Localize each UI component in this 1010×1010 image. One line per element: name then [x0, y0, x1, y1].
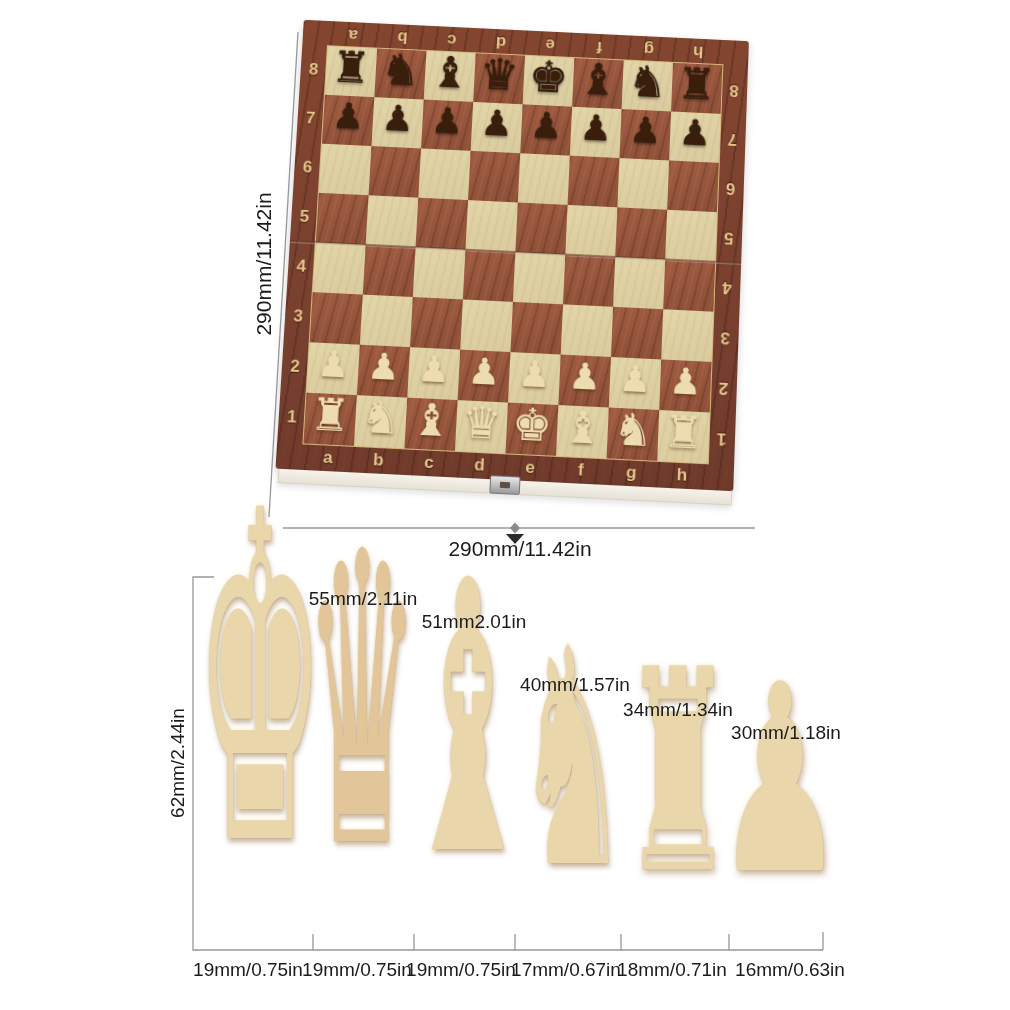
- rank-label-left-2: 2: [289, 341, 302, 392]
- pawn-height-label: 30mm/1.18in: [731, 722, 841, 744]
- square-f6: [568, 156, 620, 208]
- square-b1: ♞: [354, 395, 407, 448]
- rank-label-right-5: 5: [723, 213, 734, 263]
- piece-black-pawn-c7: ♟: [430, 103, 464, 140]
- chess-set-product-image: abcdefgh abcdefgh 87654321 87654321 ♜♞♝♛…: [0, 0, 1010, 1010]
- square-e8: ♚: [523, 56, 575, 107]
- square-d3: [460, 299, 513, 352]
- piece-black-rook-a8: ♜: [331, 45, 372, 90]
- square-d1: ♛: [455, 400, 508, 453]
- piece-white-knight-g1: ♞: [612, 407, 654, 454]
- square-c7: ♟: [421, 100, 473, 151]
- file-label-bottom-h: h: [656, 464, 707, 487]
- piece-black-pawn-f7: ♟: [579, 110, 613, 147]
- square-h8: ♜: [671, 63, 722, 114]
- file-label-bottom-f: f: [555, 459, 607, 482]
- square-f5: [565, 205, 617, 257]
- piece-black-pawn-e7: ♟: [530, 108, 564, 145]
- queen-height-label: 55mm/2.11in: [309, 588, 417, 610]
- piece-white-pawn-a2: ♟: [316, 346, 351, 384]
- queen-base-label: 19mm/0.75in: [302, 959, 412, 981]
- square-e6: [518, 153, 570, 205]
- square-c6: [418, 148, 470, 200]
- rank-label-right-8: 8: [729, 66, 740, 115]
- file-label-bottom-d: d: [454, 454, 506, 477]
- rook-height-label: 34mm/1.34in: [623, 699, 733, 721]
- square-a7: ♟: [322, 95, 374, 146]
- rank-label-left-4: 4: [295, 241, 308, 291]
- square-g8: ♞: [622, 60, 673, 111]
- piece-white-pawn-f2: ♟: [568, 358, 602, 396]
- piece-white-queen-d1: ♛: [461, 399, 503, 446]
- bishop-height-label: 51mm2.01in: [422, 611, 527, 633]
- square-g5: [615, 207, 667, 259]
- knight-base-label: 17mm/0.67in: [511, 959, 621, 981]
- piece-black-pawn-d7: ♟: [480, 105, 514, 142]
- square-c4: [413, 247, 466, 299]
- square-h4: [663, 259, 715, 311]
- square-h6: [667, 160, 719, 212]
- square-f1: ♝: [556, 405, 609, 458]
- square-e7: ♟: [520, 104, 572, 155]
- piece-white-bishop-f1: ♝: [562, 404, 604, 451]
- square-f7: ♟: [570, 107, 622, 158]
- square-g7: ♟: [619, 109, 671, 160]
- rank-label-right-2: 2: [718, 362, 729, 413]
- square-e4: [513, 252, 565, 304]
- square-g4: [613, 257, 665, 309]
- piece-white-pawn-e2: ♟: [517, 356, 551, 394]
- square-g1: ♞: [607, 408, 660, 461]
- square-b4: [363, 245, 416, 297]
- rank-label-right-6: 6: [725, 163, 736, 213]
- piece-white-king-e1: ♚: [511, 402, 553, 449]
- board-width-label: 290mm/11.42in: [448, 537, 591, 561]
- square-h7: ♟: [669, 111, 720, 162]
- square-e5: [515, 202, 567, 254]
- piece-black-pawn-b7: ♟: [381, 100, 415, 137]
- rank-label-left-5: 5: [298, 192, 311, 242]
- square-a3: [310, 292, 363, 345]
- board-height-label: 290mm/11.42in: [252, 192, 276, 335]
- square-c5: [416, 198, 468, 250]
- figure-knight: ♞: [515, 609, 628, 910]
- rank-label-right-7: 7: [727, 114, 738, 163]
- piece-black-king-e8: ♚: [528, 55, 569, 100]
- square-a8: ♜: [325, 46, 377, 97]
- square-f4: [563, 254, 615, 306]
- piece-black-pawn-h7: ♟: [678, 115, 711, 152]
- square-d5: [465, 200, 517, 252]
- square-d8: ♛: [473, 53, 525, 104]
- square-g3: [611, 307, 663, 360]
- piece-white-pawn-d2: ♟: [467, 353, 501, 391]
- square-f8: ♝: [572, 58, 624, 109]
- piece-black-pawn-a7: ♟: [331, 98, 365, 135]
- board-grid: ♜♞♝♛♚♝♞♜♟♟♟♟♟♟♟♟♟♟♟♟♟♟♟♟♜♞♝♛♚♝♞♜: [303, 46, 722, 463]
- square-c1: ♝: [404, 398, 457, 451]
- square-b5: [366, 195, 419, 247]
- square-c3: [410, 297, 463, 350]
- square-h1: ♜: [657, 410, 709, 463]
- rank-label-right-3: 3: [720, 312, 731, 363]
- square-b7: ♟: [371, 97, 423, 148]
- rank-label-left-6: 6: [301, 143, 313, 193]
- piece-black-bishop-c8: ♝: [429, 50, 470, 95]
- rank-label-left-8: 8: [307, 45, 319, 94]
- square-a5: [316, 193, 369, 245]
- piece-white-pawn-g2: ♟: [618, 360, 652, 398]
- rank-label-left-3: 3: [292, 291, 305, 342]
- rank-label-right-4: 4: [722, 262, 733, 312]
- square-a4: [313, 242, 366, 294]
- square-c8: ♝: [424, 51, 476, 102]
- pawn-base-label: 16mm/0.63in: [735, 959, 845, 981]
- file-label-bottom-g: g: [606, 461, 657, 484]
- square-b6: [369, 146, 421, 198]
- king-height-label: 62mm/2.44in: [167, 708, 189, 818]
- square-d7: ♟: [471, 102, 523, 153]
- rook-base-label: 18mm/0.71in: [617, 959, 727, 981]
- figure-pawn: ♟: [715, 650, 846, 910]
- chess-board: abcdefgh abcdefgh 87654321 87654321 ♜♞♝♛…: [275, 20, 749, 507]
- bishop-base-label: 19mm/0.75in: [406, 959, 516, 981]
- piece-black-bishop-f8: ♝: [578, 57, 619, 102]
- square-b8: ♞: [374, 49, 426, 100]
- rank-label-left-7: 7: [304, 94, 316, 143]
- square-a6: [319, 144, 372, 196]
- square-d6: [468, 151, 520, 203]
- piece-black-queen-d8: ♛: [479, 53, 520, 98]
- piece-black-rook-h8: ♜: [677, 62, 718, 107]
- square-e1: ♚: [505, 403, 558, 456]
- square-h3: [661, 309, 713, 362]
- knight-height-label: 40mm/1.57in: [520, 674, 630, 696]
- piece-white-pawn-b2: ♟: [366, 348, 401, 386]
- square-h5: [665, 210, 717, 262]
- piece-white-pawn-h2: ♟: [669, 363, 703, 401]
- piece-black-pawn-g7: ♟: [629, 112, 662, 149]
- king-base-label: 19mm/0.75in: [193, 959, 303, 981]
- board-frame: abcdefgh abcdefgh 87654321 87654321 ♜♞♝♛…: [276, 20, 749, 491]
- piece-white-rook-h1: ♜: [663, 409, 705, 456]
- square-e3: [510, 302, 563, 355]
- square-d4: [463, 250, 516, 302]
- piece-white-knight-b1: ♞: [360, 394, 402, 441]
- piece-white-pawn-c2: ♟: [417, 351, 451, 389]
- square-b3: [360, 295, 413, 348]
- file-label-bottom-e: e: [504, 456, 556, 479]
- square-g6: [617, 158, 669, 210]
- piece-black-knight-g8: ♞: [627, 60, 668, 105]
- rank-label-right-1: 1: [716, 413, 727, 464]
- piece-white-bishop-c1: ♝: [410, 397, 452, 444]
- piece-black-knight-b8: ♞: [380, 48, 421, 93]
- square-f3: [561, 304, 613, 357]
